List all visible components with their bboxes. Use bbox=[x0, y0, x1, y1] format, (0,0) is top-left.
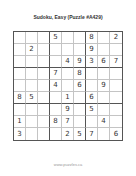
cell-r4c5 bbox=[62, 68, 74, 80]
cell-r3c9: 7 bbox=[110, 56, 122, 68]
cell-r7c6 bbox=[74, 104, 86, 116]
cell-r8c8: 4 bbox=[98, 116, 110, 128]
cell-r1c4: 5 bbox=[50, 32, 62, 44]
cell-r4c4: 7 bbox=[50, 68, 62, 80]
cell-r8c3 bbox=[38, 116, 50, 128]
cell-r9c3 bbox=[38, 128, 50, 140]
puzzle-title: Sudoku, Easy (Puzzle #A429) bbox=[0, 14, 136, 20]
cell-r5c7 bbox=[86, 80, 98, 92]
cell-r8c1: 1 bbox=[14, 116, 26, 128]
cell-r7c1 bbox=[14, 104, 26, 116]
cell-r3c3 bbox=[38, 56, 50, 68]
cell-r2c1 bbox=[14, 44, 26, 56]
cell-r9c7: 7 bbox=[86, 128, 98, 140]
cell-r6c7: 6 bbox=[86, 92, 98, 104]
cell-r6c1: 8 bbox=[14, 92, 26, 104]
cell-r3c6: 9 bbox=[74, 56, 86, 68]
cell-r6c8 bbox=[98, 92, 110, 104]
cell-r2c7: 9 bbox=[86, 44, 98, 56]
cell-r7c5: 9 bbox=[62, 104, 74, 116]
sudoku-page: Sudoku, Easy (Puzzle #A429) 582294936778… bbox=[0, 0, 136, 176]
cell-r7c8 bbox=[98, 104, 110, 116]
footer-url: www.puzzles.ca bbox=[0, 162, 136, 167]
cell-r1c2 bbox=[26, 32, 38, 44]
cell-r5c1 bbox=[14, 80, 26, 92]
cell-r1c6 bbox=[74, 32, 86, 44]
cell-r7c9 bbox=[110, 104, 122, 116]
cell-r5c8: 9 bbox=[98, 80, 110, 92]
cell-r1c5 bbox=[62, 32, 74, 44]
cell-r7c4 bbox=[50, 104, 62, 116]
cell-r2c8 bbox=[98, 44, 110, 56]
cell-r5c9 bbox=[110, 80, 122, 92]
cell-r2c9 bbox=[110, 44, 122, 56]
cell-r4c2 bbox=[26, 68, 38, 80]
cell-r9c9: 6 bbox=[110, 128, 122, 140]
cell-r8c9 bbox=[110, 116, 122, 128]
cell-r1c1 bbox=[14, 32, 26, 44]
cell-r2c3 bbox=[38, 44, 50, 56]
cell-r8c2 bbox=[26, 116, 38, 128]
cell-r5c5 bbox=[62, 80, 74, 92]
cell-r9c5: 2 bbox=[62, 128, 74, 140]
cell-r7c2 bbox=[26, 104, 38, 116]
cell-r8c5: 7 bbox=[62, 116, 74, 128]
cell-r5c3 bbox=[38, 80, 50, 92]
cell-r2c6 bbox=[74, 44, 86, 56]
cell-r3c5: 4 bbox=[62, 56, 74, 68]
cell-r3c4 bbox=[50, 56, 62, 68]
cell-r1c8 bbox=[98, 32, 110, 44]
cell-r5c4: 4 bbox=[50, 80, 62, 92]
cell-r6c6 bbox=[74, 92, 86, 104]
cell-r3c8: 6 bbox=[98, 56, 110, 68]
cell-r4c6: 8 bbox=[74, 68, 86, 80]
cell-r4c7 bbox=[86, 68, 98, 80]
cell-r8c7 bbox=[86, 116, 98, 128]
cell-r1c9: 2 bbox=[110, 32, 122, 44]
cell-r4c3 bbox=[38, 68, 50, 80]
cell-r9c4 bbox=[50, 128, 62, 140]
cell-r4c8 bbox=[98, 68, 110, 80]
cell-r4c1 bbox=[14, 68, 26, 80]
cell-r3c7: 3 bbox=[86, 56, 98, 68]
cell-r6c5: 1 bbox=[62, 92, 74, 104]
cell-r2c5 bbox=[62, 44, 74, 56]
cell-r5c2 bbox=[26, 80, 38, 92]
cell-r2c4 bbox=[50, 44, 62, 56]
cell-r6c4 bbox=[50, 92, 62, 104]
cell-r1c3 bbox=[38, 32, 50, 44]
cell-r7c3 bbox=[38, 104, 50, 116]
cell-r8c6 bbox=[74, 116, 86, 128]
cell-r4c9 bbox=[110, 68, 122, 80]
cell-r5c6: 6 bbox=[74, 80, 86, 92]
sudoku-board: 582294936778469851695187432576 bbox=[13, 31, 123, 141]
cell-r7c7: 5 bbox=[86, 104, 98, 116]
cell-r6c9 bbox=[110, 92, 122, 104]
cell-r3c2 bbox=[26, 56, 38, 68]
cell-r9c2 bbox=[26, 128, 38, 140]
cell-r2c2: 2 bbox=[26, 44, 38, 56]
cell-r9c1: 3 bbox=[14, 128, 26, 140]
cell-r9c6: 5 bbox=[74, 128, 86, 140]
cell-r1c7: 8 bbox=[86, 32, 98, 44]
cell-r6c2: 5 bbox=[26, 92, 38, 104]
cell-r3c1 bbox=[14, 56, 26, 68]
cell-r6c3 bbox=[38, 92, 50, 104]
cell-r9c8 bbox=[98, 128, 110, 140]
cell-r8c4: 8 bbox=[50, 116, 62, 128]
